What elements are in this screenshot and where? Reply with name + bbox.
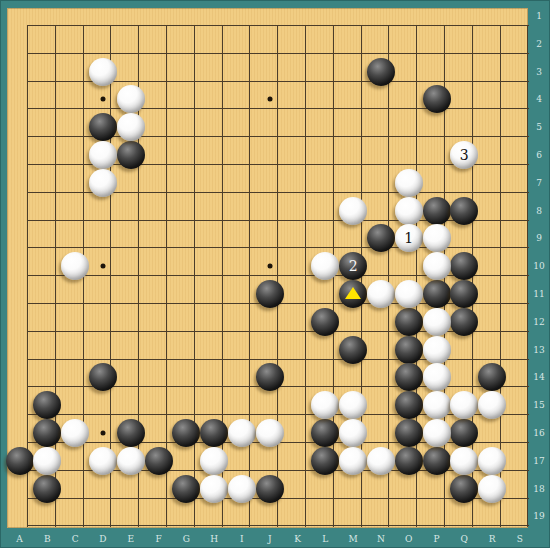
row-label-16: 16 xyxy=(530,427,548,439)
row-label-1: 1 xyxy=(530,10,548,22)
white-stone-L15[interactable] xyxy=(311,391,339,419)
col-label-G: G xyxy=(177,533,195,545)
black-stone-Q10[interactable] xyxy=(450,252,478,280)
col-label-J: J xyxy=(261,533,279,545)
col-label-C: C xyxy=(66,533,84,545)
white-stone-E5[interactable] xyxy=(117,113,145,141)
white-stone-P13[interactable] xyxy=(423,336,451,364)
col-label-K: K xyxy=(289,533,307,545)
row-label-4: 4 xyxy=(530,93,548,105)
black-stone-B15[interactable] xyxy=(33,391,61,419)
black-stone-J11[interactable] xyxy=(256,280,284,308)
white-stone-N17[interactable] xyxy=(367,447,395,475)
black-stone-M10[interactable]: 2 xyxy=(339,252,367,280)
black-stone-P11[interactable] xyxy=(423,280,451,308)
col-label-E: E xyxy=(122,533,140,545)
col-label-L: L xyxy=(316,533,334,545)
move-number-label-O9: 1 xyxy=(404,231,413,245)
row-label-9: 9 xyxy=(530,232,548,244)
black-stone-L17[interactable] xyxy=(311,447,339,475)
row-label-15: 15 xyxy=(530,399,548,411)
white-stone-B17[interactable] xyxy=(33,447,61,475)
black-stone-B16[interactable] xyxy=(33,419,61,447)
black-stone-L16[interactable] xyxy=(311,419,339,447)
black-stone-O16[interactable] xyxy=(395,419,423,447)
col-label-N: N xyxy=(372,533,390,545)
white-stone-P10[interactable] xyxy=(423,252,451,280)
white-stone-J16[interactable] xyxy=(256,419,284,447)
black-stone-E6[interactable] xyxy=(117,141,145,169)
row-label-19: 19 xyxy=(530,510,548,522)
black-stone-Q16[interactable] xyxy=(450,419,478,447)
move-number-label-M10: 2 xyxy=(349,259,358,273)
black-stone-P17[interactable] xyxy=(423,447,451,475)
black-stone-D14[interactable] xyxy=(89,363,117,391)
white-stone-P12[interactable] xyxy=(423,308,451,336)
white-stone-H18[interactable] xyxy=(200,475,228,503)
row-label-18: 18 xyxy=(530,483,548,495)
black-stone-G16[interactable] xyxy=(172,419,200,447)
black-stone-R14[interactable] xyxy=(478,363,506,391)
black-stone-E16[interactable] xyxy=(117,419,145,447)
white-stone-R18[interactable] xyxy=(478,475,506,503)
row-label-12: 12 xyxy=(530,316,548,328)
star-point-J10 xyxy=(267,264,272,269)
white-stone-Q6[interactable]: 3 xyxy=(450,141,478,169)
white-stone-D3[interactable] xyxy=(89,58,117,86)
star-point-D16 xyxy=(100,431,105,436)
white-stone-M16[interactable] xyxy=(339,419,367,447)
col-label-R: R xyxy=(483,533,501,545)
black-stone-O15[interactable] xyxy=(395,391,423,419)
black-stone-D5[interactable] xyxy=(89,113,117,141)
white-stone-E4[interactable] xyxy=(117,85,145,113)
white-stone-P15[interactable] xyxy=(423,391,451,419)
black-stone-J14[interactable] xyxy=(256,363,284,391)
black-stone-P4[interactable] xyxy=(423,85,451,113)
white-stone-P9[interactable] xyxy=(423,224,451,252)
black-stone-Q11[interactable] xyxy=(450,280,478,308)
col-label-O: O xyxy=(400,533,418,545)
white-stone-M8[interactable] xyxy=(339,197,367,225)
white-stone-C10[interactable] xyxy=(61,252,89,280)
white-stone-M15[interactable] xyxy=(339,391,367,419)
white-stone-H17[interactable] xyxy=(200,447,228,475)
black-stone-O14[interactable] xyxy=(395,363,423,391)
row-label-6: 6 xyxy=(530,149,548,161)
black-stone-M11[interactable] xyxy=(339,280,367,308)
white-stone-P16[interactable] xyxy=(423,419,451,447)
col-label-B: B xyxy=(38,533,56,545)
col-label-H: H xyxy=(205,533,223,545)
black-stone-Q8[interactable] xyxy=(450,197,478,225)
go-diagram: 231 ABCDEFGHIJKLMNOPQRS 1234567891011121… xyxy=(0,0,550,548)
row-label-13: 13 xyxy=(530,344,548,356)
white-stone-E17[interactable] xyxy=(117,447,145,475)
row-label-2: 2 xyxy=(530,38,548,50)
black-stone-J18[interactable] xyxy=(256,475,284,503)
star-point-D10 xyxy=(100,264,105,269)
black-stone-Q18[interactable] xyxy=(450,475,478,503)
black-stone-N9[interactable] xyxy=(367,224,395,252)
move-number-label-Q6: 3 xyxy=(460,148,469,162)
black-stone-Q12[interactable] xyxy=(450,308,478,336)
col-label-P: P xyxy=(428,533,446,545)
col-label-M: M xyxy=(344,533,362,545)
black-stone-O17[interactable] xyxy=(395,447,423,475)
col-label-A: A xyxy=(11,533,29,545)
black-stone-O13[interactable] xyxy=(395,336,423,364)
black-stone-F17[interactable] xyxy=(145,447,173,475)
black-stone-O12[interactable] xyxy=(395,308,423,336)
white-stone-Q17[interactable] xyxy=(450,447,478,475)
col-label-I: I xyxy=(233,533,251,545)
row-label-3: 3 xyxy=(530,66,548,78)
row-label-7: 7 xyxy=(530,177,548,189)
white-stone-D6[interactable] xyxy=(89,141,117,169)
black-stone-H16[interactable] xyxy=(200,419,228,447)
star-point-J4 xyxy=(267,97,272,102)
triangle-mark-icon xyxy=(345,287,361,299)
black-stone-G18[interactable] xyxy=(172,475,200,503)
col-label-S: S xyxy=(511,533,529,545)
white-stone-L10[interactable] xyxy=(311,252,339,280)
black-stone-B18[interactable] xyxy=(33,475,61,503)
row-label-11: 11 xyxy=(530,288,548,300)
row-label-5: 5 xyxy=(530,121,548,133)
white-stone-P14[interactable] xyxy=(423,363,451,391)
col-label-Q: Q xyxy=(455,533,473,545)
white-stone-R17[interactable] xyxy=(478,447,506,475)
black-stone-P8[interactable] xyxy=(423,197,451,225)
row-label-14: 14 xyxy=(530,371,548,383)
black-stone-M13[interactable] xyxy=(339,336,367,364)
col-label-F: F xyxy=(150,533,168,545)
white-stone-Q15[interactable] xyxy=(450,391,478,419)
white-stone-R15[interactable] xyxy=(478,391,506,419)
white-stone-O7[interactable] xyxy=(395,169,423,197)
row-label-10: 10 xyxy=(530,260,548,272)
black-stone-A17[interactable] xyxy=(6,447,34,475)
white-stone-O8[interactable] xyxy=(395,197,423,225)
white-stone-I16[interactable] xyxy=(228,419,256,447)
white-stone-D17[interactable] xyxy=(89,447,117,475)
white-stone-I18[interactable] xyxy=(228,475,256,503)
col-label-D: D xyxy=(94,533,112,545)
black-stone-N3[interactable] xyxy=(367,58,395,86)
white-stone-D7[interactable] xyxy=(89,169,117,197)
white-stone-N11[interactable] xyxy=(367,280,395,308)
row-label-17: 17 xyxy=(530,455,548,467)
white-stone-M17[interactable] xyxy=(339,447,367,475)
row-label-8: 8 xyxy=(530,205,548,217)
black-stone-L12[interactable] xyxy=(311,308,339,336)
white-stone-O9[interactable]: 1 xyxy=(395,224,423,252)
white-stone-C16[interactable] xyxy=(61,419,89,447)
white-stone-O11[interactable] xyxy=(395,280,423,308)
star-point-D4 xyxy=(100,97,105,102)
